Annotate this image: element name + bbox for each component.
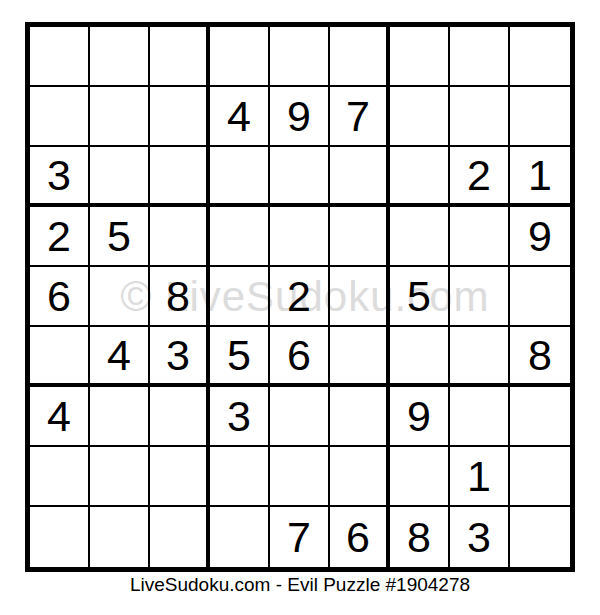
cell-r4c5[interactable]	[270, 207, 330, 267]
cell-r9c4[interactable]	[210, 507, 270, 567]
cell-r8c5[interactable]	[270, 447, 330, 507]
cell-r6c8[interactable]	[450, 327, 510, 387]
cell-r1c8[interactable]	[450, 27, 510, 87]
cell-r7c4[interactable]: 3	[210, 387, 270, 447]
cell-r3c9[interactable]: 1	[510, 147, 570, 207]
cell-r3c7[interactable]	[390, 147, 450, 207]
cell-r7c1[interactable]: 4	[30, 387, 90, 447]
cell-r5c4[interactable]	[210, 267, 270, 327]
cell-r9c5[interactable]: 7	[270, 507, 330, 567]
cell-r7c5[interactable]	[270, 387, 330, 447]
cell-r1c2[interactable]	[90, 27, 150, 87]
cell-r5c9[interactable]	[510, 267, 570, 327]
cell-r2c1[interactable]	[30, 87, 90, 147]
cell-r5c8[interactable]	[450, 267, 510, 327]
cell-r5c3[interactable]: 8	[150, 267, 210, 327]
cell-r3c2[interactable]	[90, 147, 150, 207]
cell-r6c1[interactable]	[30, 327, 90, 387]
cell-r2c2[interactable]	[90, 87, 150, 147]
cell-r1c7[interactable]	[390, 27, 450, 87]
cell-r5c2[interactable]	[90, 267, 150, 327]
cell-r1c1[interactable]	[30, 27, 90, 87]
cell-r4c8[interactable]	[450, 207, 510, 267]
cell-r9c9[interactable]	[510, 507, 570, 567]
cell-r7c9[interactable]	[510, 387, 570, 447]
cell-r8c3[interactable]	[150, 447, 210, 507]
cell-r6c9[interactable]: 8	[510, 327, 570, 387]
cell-r2c4[interactable]: 4	[210, 87, 270, 147]
cell-r3c6[interactable]	[330, 147, 390, 207]
cell-r7c7[interactable]: 9	[390, 387, 450, 447]
cell-r5c1[interactable]: 6	[30, 267, 90, 327]
cell-r1c6[interactable]	[330, 27, 390, 87]
caption: LiveSudoku.com - Evil Puzzle #1904278	[0, 574, 600, 596]
cell-r8c9[interactable]	[510, 447, 570, 507]
cell-r8c1[interactable]	[30, 447, 90, 507]
cell-r4c4[interactable]	[210, 207, 270, 267]
sudoku-board: © LiveSudoku.com 49732125968254356843917…	[25, 22, 575, 572]
cell-r7c6[interactable]	[330, 387, 390, 447]
cell-r8c2[interactable]	[90, 447, 150, 507]
sudoku-grid: 49732125968254356843917683	[30, 27, 570, 567]
cell-r6c6[interactable]	[330, 327, 390, 387]
cell-r1c4[interactable]	[210, 27, 270, 87]
cell-r8c6[interactable]	[330, 447, 390, 507]
cell-r1c9[interactable]	[510, 27, 570, 87]
cell-r6c7[interactable]	[390, 327, 450, 387]
cell-r3c8[interactable]: 2	[450, 147, 510, 207]
cell-r9c1[interactable]	[30, 507, 90, 567]
cell-r3c4[interactable]	[210, 147, 270, 207]
page: © LiveSudoku.com 49732125968254356843917…	[0, 0, 600, 615]
cell-r9c8[interactable]: 3	[450, 507, 510, 567]
cell-r1c3[interactable]	[150, 27, 210, 87]
cell-r6c2[interactable]: 4	[90, 327, 150, 387]
cell-r5c5[interactable]: 2	[270, 267, 330, 327]
cell-r7c2[interactable]	[90, 387, 150, 447]
cell-r9c7[interactable]: 8	[390, 507, 450, 567]
cell-r1c5[interactable]	[270, 27, 330, 87]
cell-r8c8[interactable]: 1	[450, 447, 510, 507]
cell-r2c8[interactable]	[450, 87, 510, 147]
cell-r8c4[interactable]	[210, 447, 270, 507]
cell-r5c7[interactable]: 5	[390, 267, 450, 327]
cell-r7c8[interactable]	[450, 387, 510, 447]
cell-r3c1[interactable]: 3	[30, 147, 90, 207]
cell-r2c9[interactable]	[510, 87, 570, 147]
cell-r2c3[interactable]	[150, 87, 210, 147]
cell-r6c5[interactable]: 6	[270, 327, 330, 387]
cell-r8c7[interactable]	[390, 447, 450, 507]
cell-r6c3[interactable]: 3	[150, 327, 210, 387]
cell-r7c3[interactable]	[150, 387, 210, 447]
cell-r4c7[interactable]	[390, 207, 450, 267]
cell-r4c6[interactable]	[330, 207, 390, 267]
cell-r4c9[interactable]: 9	[510, 207, 570, 267]
cell-r6c4[interactable]: 5	[210, 327, 270, 387]
cell-r9c6[interactable]: 6	[330, 507, 390, 567]
cell-r9c2[interactable]	[90, 507, 150, 567]
cell-r3c3[interactable]	[150, 147, 210, 207]
cell-r4c3[interactable]	[150, 207, 210, 267]
cell-r9c3[interactable]	[150, 507, 210, 567]
cell-r2c6[interactable]: 7	[330, 87, 390, 147]
cell-r3c5[interactable]	[270, 147, 330, 207]
cell-r5c6[interactable]	[330, 267, 390, 327]
cell-r2c5[interactable]: 9	[270, 87, 330, 147]
cell-r4c2[interactable]: 5	[90, 207, 150, 267]
cell-r4c1[interactable]: 2	[30, 207, 90, 267]
cell-r2c7[interactable]	[390, 87, 450, 147]
